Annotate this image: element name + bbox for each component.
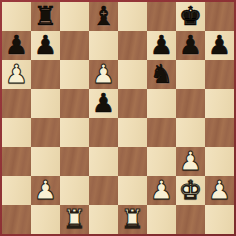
square-b3[interactable] (31, 147, 60, 176)
square-e5[interactable] (118, 89, 147, 118)
square-b5[interactable] (31, 89, 60, 118)
square-h8[interactable] (205, 2, 234, 31)
black-rook: ♜ (34, 3, 57, 29)
square-g7[interactable]: ♟ (176, 31, 205, 60)
square-h6[interactable] (205, 60, 234, 89)
square-e8[interactable] (118, 2, 147, 31)
white-pawn: ♟ (5, 61, 28, 87)
white-rook: ♜ (121, 206, 144, 232)
square-g1[interactable] (176, 205, 205, 234)
white-rook: ♜ (63, 206, 86, 232)
square-c8[interactable] (60, 2, 89, 31)
board-frame: ♜♝♚♟♟♟♟♟♟♟♞♟♟♟♟♚♟♜♜ (0, 0, 236, 236)
black-pawn: ♟ (34, 32, 57, 58)
square-f1[interactable] (147, 205, 176, 234)
square-c4[interactable] (60, 118, 89, 147)
white-pawn: ♟ (208, 177, 231, 203)
square-h1[interactable] (205, 205, 234, 234)
square-a5[interactable] (2, 89, 31, 118)
square-h2[interactable]: ♟ (205, 176, 234, 205)
square-e6[interactable] (118, 60, 147, 89)
square-e2[interactable] (118, 176, 147, 205)
square-e7[interactable] (118, 31, 147, 60)
square-c7[interactable] (60, 31, 89, 60)
white-king: ♚ (179, 177, 202, 203)
square-b1[interactable] (31, 205, 60, 234)
black-bishop: ♝ (92, 3, 115, 29)
square-b8[interactable]: ♜ (31, 2, 60, 31)
square-g5[interactable] (176, 89, 205, 118)
square-b6[interactable] (31, 60, 60, 89)
square-f7[interactable]: ♟ (147, 31, 176, 60)
square-g3[interactable]: ♟ (176, 147, 205, 176)
square-b2[interactable]: ♟ (31, 176, 60, 205)
black-pawn: ♟ (208, 32, 231, 58)
square-h4[interactable] (205, 118, 234, 147)
square-d3[interactable] (89, 147, 118, 176)
black-pawn: ♟ (150, 32, 173, 58)
square-e4[interactable] (118, 118, 147, 147)
white-pawn: ♟ (179, 148, 202, 174)
square-a1[interactable] (2, 205, 31, 234)
square-a3[interactable] (2, 147, 31, 176)
square-g8[interactable]: ♚ (176, 2, 205, 31)
square-a6[interactable]: ♟ (2, 60, 31, 89)
square-c3[interactable] (60, 147, 89, 176)
square-c5[interactable] (60, 89, 89, 118)
square-h7[interactable]: ♟ (205, 31, 234, 60)
black-pawn: ♟ (5, 32, 28, 58)
square-a2[interactable] (2, 176, 31, 205)
square-g4[interactable] (176, 118, 205, 147)
chess-board: ♜♝♚♟♟♟♟♟♟♟♞♟♟♟♟♚♟♜♜ (2, 2, 234, 234)
square-c1[interactable]: ♜ (60, 205, 89, 234)
square-d4[interactable] (89, 118, 118, 147)
square-b4[interactable] (31, 118, 60, 147)
square-d6[interactable]: ♟ (89, 60, 118, 89)
square-a8[interactable] (2, 2, 31, 31)
square-g6[interactable] (176, 60, 205, 89)
square-f3[interactable] (147, 147, 176, 176)
square-f8[interactable] (147, 2, 176, 31)
black-pawn: ♟ (179, 32, 202, 58)
square-c6[interactable] (60, 60, 89, 89)
square-f5[interactable] (147, 89, 176, 118)
square-a7[interactable]: ♟ (2, 31, 31, 60)
square-h5[interactable] (205, 89, 234, 118)
square-f4[interactable] (147, 118, 176, 147)
black-king: ♚ (179, 3, 202, 29)
square-d5[interactable]: ♟ (89, 89, 118, 118)
black-knight: ♞ (150, 61, 173, 87)
black-pawn: ♟ (92, 90, 115, 116)
square-e3[interactable] (118, 147, 147, 176)
square-f6[interactable]: ♞ (147, 60, 176, 89)
square-e1[interactable]: ♜ (118, 205, 147, 234)
square-h3[interactable] (205, 147, 234, 176)
white-pawn: ♟ (34, 177, 57, 203)
white-pawn: ♟ (150, 177, 173, 203)
square-d2[interactable] (89, 176, 118, 205)
square-d7[interactable] (89, 31, 118, 60)
square-c2[interactable] (60, 176, 89, 205)
square-a4[interactable] (2, 118, 31, 147)
square-g2[interactable]: ♚ (176, 176, 205, 205)
square-d8[interactable]: ♝ (89, 2, 118, 31)
square-d1[interactable] (89, 205, 118, 234)
white-pawn: ♟ (92, 61, 115, 87)
square-f2[interactable]: ♟ (147, 176, 176, 205)
square-b7[interactable]: ♟ (31, 31, 60, 60)
